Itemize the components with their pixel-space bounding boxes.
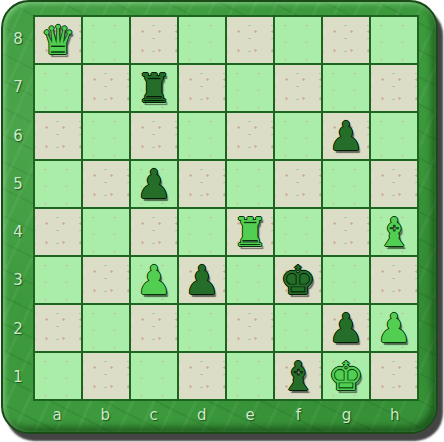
square-d8[interactable]: [179, 17, 225, 63]
white-queen-piece[interactable]: ♛: [40, 17, 76, 63]
square-b8[interactable]: [83, 17, 129, 63]
square-f5[interactable]: [275, 161, 321, 207]
square-a2[interactable]: [35, 305, 81, 351]
rank-label-7: 7: [5, 63, 31, 111]
square-a1[interactable]: [35, 353, 81, 399]
square-h7[interactable]: [371, 65, 417, 111]
square-a8[interactable]: ♛: [35, 17, 81, 63]
square-a5[interactable]: [35, 161, 81, 207]
square-d6[interactable]: [179, 113, 225, 159]
black-pawn-piece[interactable]: ♟: [184, 257, 220, 303]
square-e5[interactable]: [227, 161, 273, 207]
file-labels: abcdefgh: [33, 401, 419, 429]
square-e8[interactable]: [227, 17, 273, 63]
square-h8[interactable]: [371, 17, 417, 63]
square-g8[interactable]: [323, 17, 369, 63]
square-c7[interactable]: ♜: [131, 65, 177, 111]
square-e1[interactable]: [227, 353, 273, 399]
square-d4[interactable]: [179, 209, 225, 255]
square-f3[interactable]: ♚: [275, 257, 321, 303]
white-pawn-piece[interactable]: ♟: [376, 305, 412, 351]
square-f4[interactable]: [275, 209, 321, 255]
square-a7[interactable]: [35, 65, 81, 111]
square-c1[interactable]: [131, 353, 177, 399]
square-c3[interactable]: ♟: [131, 257, 177, 303]
square-b3[interactable]: [83, 257, 129, 303]
square-a6[interactable]: [35, 113, 81, 159]
square-f2[interactable]: [275, 305, 321, 351]
square-h4[interactable]: ♝: [371, 209, 417, 255]
square-e4[interactable]: ♜: [227, 209, 273, 255]
black-pawn-piece[interactable]: ♟: [328, 113, 364, 159]
square-b2[interactable]: [83, 305, 129, 351]
square-g7[interactable]: [323, 65, 369, 111]
square-d3[interactable]: ♟: [179, 257, 225, 303]
square-g1[interactable]: ♚: [323, 353, 369, 399]
square-g5[interactable]: [323, 161, 369, 207]
square-a4[interactable]: [35, 209, 81, 255]
square-f8[interactable]: [275, 17, 321, 63]
rank-label-5: 5: [5, 160, 31, 208]
file-label-d: d: [178, 401, 226, 429]
square-b6[interactable]: [83, 113, 129, 159]
square-h3[interactable]: [371, 257, 417, 303]
square-e3[interactable]: [227, 257, 273, 303]
square-c5[interactable]: ♟: [131, 161, 177, 207]
square-d1[interactable]: [179, 353, 225, 399]
square-e6[interactable]: [227, 113, 273, 159]
square-f6[interactable]: [275, 113, 321, 159]
square-b4[interactable]: [83, 209, 129, 255]
square-f1[interactable]: ♝: [275, 353, 321, 399]
square-f7[interactable]: [275, 65, 321, 111]
square-d5[interactable]: [179, 161, 225, 207]
square-g6[interactable]: ♟: [323, 113, 369, 159]
rank-label-1: 1: [5, 353, 31, 401]
file-label-a: a: [33, 401, 81, 429]
black-rook-piece[interactable]: ♜: [136, 65, 172, 111]
white-pawn-piece[interactable]: ♟: [136, 257, 172, 303]
square-e7[interactable]: [227, 65, 273, 111]
square-c6[interactable]: [131, 113, 177, 159]
file-label-f: f: [274, 401, 322, 429]
square-b7[interactable]: [83, 65, 129, 111]
square-e2[interactable]: [227, 305, 273, 351]
rank-label-4: 4: [5, 208, 31, 256]
board: ♛♜♟♟♜♝♟♟♚♟♟♝♚: [33, 15, 419, 401]
square-c8[interactable]: [131, 17, 177, 63]
square-h6[interactable]: [371, 113, 417, 159]
square-h2[interactable]: ♟: [371, 305, 417, 351]
file-label-g: g: [323, 401, 371, 429]
white-bishop-piece[interactable]: ♝: [376, 209, 412, 255]
white-rook-piece[interactable]: ♜: [232, 209, 268, 255]
square-d7[interactable]: [179, 65, 225, 111]
rank-label-6: 6: [5, 112, 31, 160]
square-h1[interactable]: [371, 353, 417, 399]
file-label-h: h: [371, 401, 419, 429]
square-d2[interactable]: [179, 305, 225, 351]
square-c4[interactable]: [131, 209, 177, 255]
chess-app-window: 87654321 abcdefgh ♛♜♟♟♜♝♟♟♚♟♟♝♚: [0, 0, 444, 442]
square-g3[interactable]: [323, 257, 369, 303]
square-b1[interactable]: [83, 353, 129, 399]
black-pawn-piece[interactable]: ♟: [136, 161, 172, 207]
black-king-piece[interactable]: ♚: [280, 257, 316, 303]
square-g4[interactable]: [323, 209, 369, 255]
square-h5[interactable]: [371, 161, 417, 207]
square-a3[interactable]: [35, 257, 81, 303]
rank-label-3: 3: [5, 256, 31, 304]
white-king-piece[interactable]: ♚: [328, 353, 364, 399]
square-c2[interactable]: [131, 305, 177, 351]
square-b5[interactable]: [83, 161, 129, 207]
rank-labels: 87654321: [5, 15, 31, 401]
black-pawn-piece[interactable]: ♟: [328, 305, 364, 351]
file-label-b: b: [81, 401, 129, 429]
file-label-e: e: [226, 401, 274, 429]
file-label-c: c: [130, 401, 178, 429]
rank-label-2: 2: [5, 305, 31, 353]
square-g2[interactable]: ♟: [323, 305, 369, 351]
black-bishop-piece[interactable]: ♝: [280, 353, 316, 399]
rank-label-8: 8: [5, 15, 31, 63]
